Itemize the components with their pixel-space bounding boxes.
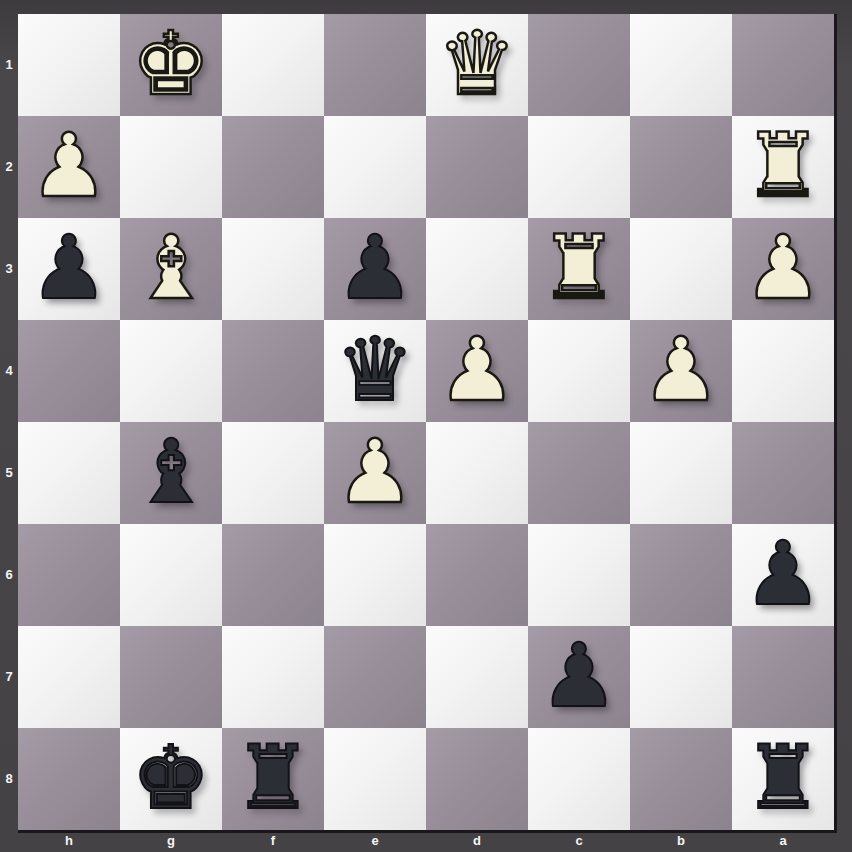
piece-white-king-g1[interactable]: ♚ <box>120 14 222 116</box>
rank-label-1: 1 <box>0 14 18 116</box>
square-g3[interactable]: ♝ <box>120 218 222 320</box>
square-d5[interactable] <box>426 422 528 524</box>
square-e1[interactable] <box>324 14 426 116</box>
piece-black-pawn-c7[interactable]: ♟ <box>528 626 630 728</box>
piece-black-rook-f8[interactable]: ♜ <box>222 728 324 830</box>
square-b3[interactable] <box>630 218 732 320</box>
square-h5[interactable] <box>18 422 120 524</box>
square-f2[interactable] <box>222 116 324 218</box>
square-b5[interactable] <box>630 422 732 524</box>
file-label-a: a <box>732 831 834 852</box>
square-e2[interactable] <box>324 116 426 218</box>
piece-white-bishop-g3[interactable]: ♝ <box>120 218 222 320</box>
square-d7[interactable] <box>426 626 528 728</box>
square-e6[interactable] <box>324 524 426 626</box>
square-e5[interactable]: ♟ <box>324 422 426 524</box>
square-a3[interactable]: ♟ <box>732 218 834 320</box>
square-c2[interactable] <box>528 116 630 218</box>
square-a5[interactable] <box>732 422 834 524</box>
square-c4[interactable] <box>528 320 630 422</box>
square-c1[interactable] <box>528 14 630 116</box>
square-f4[interactable] <box>222 320 324 422</box>
square-a6[interactable]: ♟ <box>732 524 834 626</box>
square-a7[interactable] <box>732 626 834 728</box>
file-label-f: f <box>222 831 324 852</box>
file-label-c: c <box>528 831 630 852</box>
file-label-e: e <box>324 831 426 852</box>
rank-label-5: 5 <box>0 422 18 524</box>
square-h3[interactable]: ♟ <box>18 218 120 320</box>
chessboard-frame: 12345678 ♚♛♟♜♟♝♟♜♟♛♟♟♝♟♟♟♚♜♜ hgfedcba <box>0 0 852 852</box>
square-f8[interactable]: ♜ <box>222 728 324 830</box>
square-f1[interactable] <box>222 14 324 116</box>
piece-black-bishop-g5[interactable]: ♝ <box>120 422 222 524</box>
rank-labels: 12345678 <box>0 14 18 830</box>
chess-board[interactable]: ♚♛♟♜♟♝♟♜♟♛♟♟♝♟♟♟♚♜♜ <box>18 14 837 833</box>
square-f5[interactable] <box>222 422 324 524</box>
square-b6[interactable] <box>630 524 732 626</box>
square-c8[interactable] <box>528 728 630 830</box>
piece-white-pawn-e5[interactable]: ♟ <box>324 422 426 524</box>
square-d1[interactable]: ♛ <box>426 14 528 116</box>
square-b4[interactable]: ♟ <box>630 320 732 422</box>
file-labels: hgfedcba <box>18 831 834 852</box>
piece-black-pawn-e3[interactable]: ♟ <box>324 218 426 320</box>
file-label-h: h <box>18 831 120 852</box>
piece-black-pawn-a6[interactable]: ♟ <box>732 524 834 626</box>
rank-label-6: 6 <box>0 524 18 626</box>
square-h6[interactable] <box>18 524 120 626</box>
file-label-d: d <box>426 831 528 852</box>
square-g6[interactable] <box>120 524 222 626</box>
square-b8[interactable] <box>630 728 732 830</box>
square-b1[interactable] <box>630 14 732 116</box>
square-e8[interactable] <box>324 728 426 830</box>
rank-label-2: 2 <box>0 116 18 218</box>
piece-black-rook-a8[interactable]: ♜ <box>732 728 834 830</box>
square-g2[interactable] <box>120 116 222 218</box>
piece-white-rook-a2[interactable]: ♜ <box>732 116 834 218</box>
rank-label-7: 7 <box>0 626 18 728</box>
rank-label-8: 8 <box>0 728 18 830</box>
piece-white-pawn-a3[interactable]: ♟ <box>732 218 834 320</box>
square-a1[interactable] <box>732 14 834 116</box>
rank-label-4: 4 <box>0 320 18 422</box>
square-b7[interactable] <box>630 626 732 728</box>
rank-label-3: 3 <box>0 218 18 320</box>
square-h7[interactable] <box>18 626 120 728</box>
piece-white-pawn-h2[interactable]: ♟ <box>18 116 120 218</box>
square-c5[interactable] <box>528 422 630 524</box>
square-d2[interactable] <box>426 116 528 218</box>
square-g5[interactable]: ♝ <box>120 422 222 524</box>
file-label-b: b <box>630 831 732 852</box>
square-f7[interactable] <box>222 626 324 728</box>
square-f3[interactable] <box>222 218 324 320</box>
square-c3[interactable]: ♜ <box>528 218 630 320</box>
square-d4[interactable]: ♟ <box>426 320 528 422</box>
square-b2[interactable] <box>630 116 732 218</box>
piece-black-pawn-h3[interactable]: ♟ <box>18 218 120 320</box>
square-e3[interactable]: ♟ <box>324 218 426 320</box>
piece-white-pawn-d4[interactable]: ♟ <box>426 320 528 422</box>
square-e4[interactable]: ♛ <box>324 320 426 422</box>
square-d3[interactable] <box>426 218 528 320</box>
square-g7[interactable] <box>120 626 222 728</box>
square-g4[interactable] <box>120 320 222 422</box>
square-a2[interactable]: ♜ <box>732 116 834 218</box>
square-h2[interactable]: ♟ <box>18 116 120 218</box>
square-c7[interactable]: ♟ <box>528 626 630 728</box>
square-g8[interactable]: ♚ <box>120 728 222 830</box>
square-h1[interactable] <box>18 14 120 116</box>
square-h8[interactable] <box>18 728 120 830</box>
square-d6[interactable] <box>426 524 528 626</box>
square-c6[interactable] <box>528 524 630 626</box>
piece-white-rook-c3[interactable]: ♜ <box>528 218 630 320</box>
square-a8[interactable]: ♜ <box>732 728 834 830</box>
file-label-g: g <box>120 831 222 852</box>
piece-black-queen-e4[interactable]: ♛ <box>324 320 426 422</box>
square-g1[interactable]: ♚ <box>120 14 222 116</box>
square-a4[interactable] <box>732 320 834 422</box>
square-f6[interactable] <box>222 524 324 626</box>
piece-white-pawn-b4[interactable]: ♟ <box>630 320 732 422</box>
square-e7[interactable] <box>324 626 426 728</box>
piece-black-king-g8[interactable]: ♚ <box>120 728 222 830</box>
piece-white-queen-d1[interactable]: ♛ <box>426 14 528 116</box>
square-d8[interactable] <box>426 728 528 830</box>
square-h4[interactable] <box>18 320 120 422</box>
